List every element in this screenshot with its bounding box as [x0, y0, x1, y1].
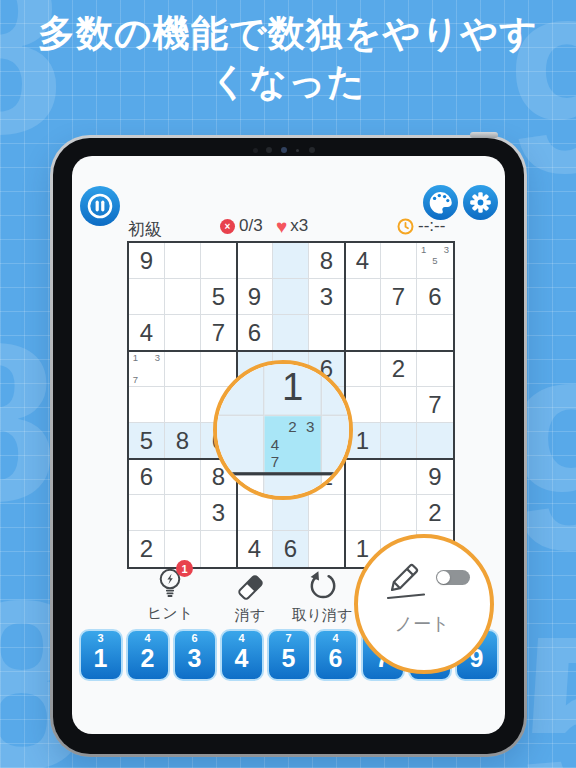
numpad-digit: 5	[282, 644, 296, 673]
sudoku-cell[interactable]	[345, 351, 381, 387]
cell-value: 7	[392, 283, 405, 311]
numpad-digit: 1	[94, 644, 108, 673]
tablet-frame: 初級 × 0/3 ♥ x3 --:--	[50, 135, 527, 757]
sudoku-cell[interactable]: 8	[165, 423, 201, 459]
sudoku-cell[interactable]	[129, 495, 165, 531]
cell-value: 9	[140, 247, 153, 275]
sudoku-cell[interactable]: 2	[417, 495, 453, 531]
sudoku-cell[interactable]	[273, 243, 309, 279]
front-sensor-dot	[296, 149, 299, 152]
magnifier-cell: 2347	[265, 416, 323, 474]
sudoku-cell[interactable]	[417, 351, 453, 387]
cell-notes: 135	[418, 244, 452, 277]
numpad-button-6[interactable]: 46	[314, 629, 358, 681]
sudoku-cell[interactable]	[273, 315, 309, 351]
sudoku-cell[interactable]	[309, 531, 345, 567]
heart-icon: ♥	[276, 217, 287, 236]
sudoku-cell[interactable]	[345, 315, 381, 351]
numpad-button-4[interactable]: 44	[220, 629, 264, 681]
timer-value: --:--	[418, 216, 445, 236]
cell-value: 9	[248, 283, 261, 311]
sudoku-cell[interactable]	[273, 495, 309, 531]
cell-value: 6	[284, 535, 297, 563]
sudoku-cell[interactable]: 9	[237, 279, 273, 315]
sudoku-cell[interactable]: 4	[345, 243, 381, 279]
cell-value: 4	[140, 319, 153, 347]
sudoku-cell[interactable]	[309, 495, 345, 531]
sudoku-cell[interactable]	[129, 387, 165, 423]
app-store-screenshot: 8 9 8 9 8 5 多数の機能で数独をやりやすくなった	[0, 0, 576, 768]
box-border-line	[129, 350, 453, 352]
sudoku-cell[interactable]	[237, 495, 273, 531]
palette-icon	[423, 185, 458, 220]
cell-value: 6	[140, 463, 153, 491]
numpad-button-5[interactable]: 75	[267, 629, 311, 681]
cell-value: 2	[140, 535, 153, 563]
background-digit: 8	[0, 310, 57, 535]
sudoku-cell[interactable]: 7	[417, 387, 453, 423]
sudoku-cell[interactable]: 2	[381, 351, 417, 387]
sudoku-cell[interactable]	[201, 243, 237, 279]
mistake-icon: ×	[220, 219, 235, 234]
sudoku-cell[interactable]	[345, 495, 381, 531]
cell-value: 3	[212, 499, 225, 527]
sudoku-cell[interactable]: 4	[129, 315, 165, 351]
lives-counter: ♥ x3	[276, 216, 308, 236]
undo-icon	[305, 570, 339, 604]
sudoku-cell[interactable]	[381, 459, 417, 495]
note-toggle[interactable]	[436, 570, 470, 585]
hint-badge: 1	[176, 560, 193, 577]
numpad-button-3[interactable]: 63	[173, 629, 217, 681]
cell-value: 1	[356, 427, 369, 455]
sudoku-cell[interactable]	[309, 315, 345, 351]
background-digit: 5	[520, 600, 576, 768]
sudoku-cell[interactable]	[165, 315, 201, 351]
magnifier-cell: 1	[265, 360, 323, 416]
numpad-digit: 4	[235, 644, 249, 673]
theme-button[interactable]	[423, 185, 458, 220]
cell-value: 2	[392, 355, 405, 383]
sudoku-cell[interactable]	[165, 459, 201, 495]
eraser-icon	[232, 570, 268, 604]
difficulty-label: 初級	[128, 218, 162, 241]
front-sensor-dot	[253, 148, 258, 153]
cell-value: 8	[320, 247, 333, 275]
sudoku-cell[interactable]: 137	[129, 351, 165, 387]
sudoku-cell[interactable]	[129, 279, 165, 315]
cell-value: 2	[428, 499, 441, 527]
sudoku-cell[interactable]	[273, 279, 309, 315]
sudoku-cell[interactable]: 9	[417, 459, 453, 495]
sudoku-cell[interactable]	[381, 243, 417, 279]
sudoku-cell[interactable]	[201, 531, 237, 567]
sudoku-cell[interactable]	[165, 279, 201, 315]
clock-icon	[397, 218, 414, 235]
lives-value: x3	[290, 216, 308, 236]
hint-label: ヒント	[132, 604, 208, 623]
cell-notes: 137	[130, 352, 163, 385]
front-sensor-dot	[266, 147, 272, 153]
sudoku-cell[interactable]	[417, 423, 453, 459]
sudoku-cell[interactable]: 6	[237, 315, 273, 351]
mistakes-value: 0/3	[239, 216, 263, 236]
sudoku-cell[interactable]	[381, 423, 417, 459]
numpad-digit: 2	[141, 644, 155, 673]
numpad-button-1[interactable]: 31	[79, 629, 123, 681]
cell-value: 5	[140, 427, 153, 455]
cell-value: 9	[428, 463, 441, 491]
sudoku-cell[interactable]: 7	[381, 279, 417, 315]
cell-value: 3	[320, 283, 333, 311]
front-camera-icon	[281, 147, 287, 153]
cell-value: 7	[212, 319, 225, 347]
note-label: ノート	[358, 612, 486, 636]
numpad-button-2[interactable]: 42	[126, 629, 170, 681]
sudoku-cell[interactable]: 135	[417, 243, 453, 279]
headline: 多数の機能で数独をやりやすくなった	[0, 10, 576, 106]
gear-icon	[463, 185, 498, 220]
sudoku-cell[interactable]	[165, 351, 201, 387]
numpad-digit: 6	[329, 644, 343, 673]
magnifier-lens: 9841355937647613762197586234716819322461	[213, 360, 353, 500]
cell-value: 6	[248, 319, 261, 347]
timer: --:--	[397, 216, 445, 236]
cell-value: 7	[428, 391, 441, 419]
cell-value: 4	[356, 247, 369, 275]
sudoku-cell[interactable]: 3	[309, 279, 345, 315]
numpad-digit: 3	[188, 644, 202, 673]
sudoku-cell[interactable]	[237, 243, 273, 279]
sudoku-cell[interactable]	[165, 387, 201, 423]
cell-value: 8	[176, 427, 189, 455]
cell-notes: 2347	[266, 418, 319, 471]
mistakes-counter: × 0/3	[220, 216, 263, 236]
app-screen: 初級 × 0/3 ♥ x3 --:--	[72, 156, 505, 734]
sudoku-cell[interactable]: 6	[129, 459, 165, 495]
box-border-line	[213, 472, 353, 475]
hint-button[interactable]: 1 ヒント	[132, 564, 208, 623]
cell-value: 6	[428, 283, 441, 311]
tablet-bezel: 初級 × 0/3 ♥ x3 --:--	[53, 138, 524, 754]
cell-value: 4	[248, 535, 261, 563]
sudoku-cell[interactable]: 5	[201, 279, 237, 315]
front-sensor-dot	[309, 147, 315, 153]
sudoku-cell[interactable]: 6	[273, 531, 309, 567]
cell-value: 1	[282, 364, 303, 409]
sudoku-cell[interactable]	[345, 279, 381, 315]
sudoku-cell[interactable]	[165, 495, 201, 531]
sudoku-cell[interactable]	[381, 387, 417, 423]
toggle-knob	[437, 571, 450, 584]
sudoku-cell[interactable]: 3	[201, 495, 237, 531]
sudoku-cell[interactable]	[381, 315, 417, 351]
sudoku-cell[interactable]: 5	[129, 423, 165, 459]
sudoku-cell[interactable]	[417, 315, 453, 351]
note-mode-circle[interactable]: ノート	[354, 534, 494, 674]
sudoku-cell[interactable]	[165, 243, 201, 279]
cell-value: 5	[212, 283, 225, 311]
sudoku-cell[interactable]: 6	[417, 279, 453, 315]
sudoku-cell[interactable]	[345, 459, 381, 495]
sudoku-cell[interactable]: 8	[309, 243, 345, 279]
sudoku-cell[interactable]	[381, 495, 417, 531]
settings-button[interactable]	[463, 185, 498, 220]
magnifier-board: 9841355937647613762197586234716819322461	[213, 360, 353, 500]
sudoku-cell[interactable]: 7	[201, 315, 237, 351]
sudoku-cell[interactable]: 4	[237, 531, 273, 567]
pencil-icon	[384, 558, 436, 604]
sudoku-cell[interactable]: 9	[129, 243, 165, 279]
cell-value: 1	[356, 535, 369, 563]
status-bar: 初級 × 0/3 ♥ x3 --:--	[72, 216, 505, 240]
sudoku-cell[interactable]: 2	[129, 531, 165, 567]
